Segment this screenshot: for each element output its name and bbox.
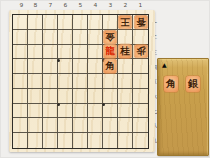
piece-gold-32[interactable]: 金 xyxy=(104,30,117,43)
square-5-6[interactable] xyxy=(73,89,88,104)
square-9-9[interactable] xyxy=(13,133,28,148)
file-label: 3 xyxy=(105,3,115,9)
square-8-3[interactable] xyxy=(28,45,43,60)
square-3-9[interactable] xyxy=(103,133,118,148)
square-9-4[interactable] xyxy=(13,59,28,74)
square-7-4[interactable] xyxy=(43,59,58,74)
sente-marker: ▲ xyxy=(162,62,167,68)
square-1-6[interactable] xyxy=(133,89,148,104)
square-4-5[interactable] xyxy=(88,74,103,89)
file-labels: 987654321 xyxy=(14,1,148,10)
file-label: 6 xyxy=(61,3,71,9)
komadai: ▲ 角銀 xyxy=(157,58,209,156)
file-label: 4 xyxy=(90,3,100,9)
square-2-7[interactable] xyxy=(118,104,133,119)
square-3-6[interactable] xyxy=(103,89,118,104)
square-4-4[interactable] xyxy=(88,59,103,74)
piece-dragon-33[interactable]: 龍 xyxy=(104,45,117,58)
square-5-3[interactable] xyxy=(73,45,88,60)
square-7-6[interactable] xyxy=(43,89,58,104)
square-2-2[interactable] xyxy=(118,30,133,45)
square-3-8[interactable] xyxy=(103,118,118,133)
shogi-diagram: 987654321 一二三四五六七八九 王香金龍桂歩角 ▲ 角銀 xyxy=(0,0,210,158)
piece-knight-23[interactable]: 桂 xyxy=(119,45,132,58)
file-label: 8 xyxy=(31,3,41,9)
square-4-1[interactable] xyxy=(88,15,103,30)
square-2-1[interactable]: 王 xyxy=(118,15,133,30)
square-6-9[interactable] xyxy=(58,133,73,148)
square-4-9[interactable] xyxy=(88,133,103,148)
square-5-4[interactable] xyxy=(73,59,88,74)
shogi-board: 王香金龍桂歩角 xyxy=(9,10,155,152)
square-6-8[interactable] xyxy=(58,118,73,133)
piece-lance-11[interactable]: 香 xyxy=(134,15,147,28)
square-4-7[interactable] xyxy=(88,104,103,119)
square-3-2[interactable]: 金 xyxy=(103,30,118,45)
square-5-2[interactable] xyxy=(73,30,88,45)
piece-bishop-34[interactable]: 角 xyxy=(104,60,117,73)
square-5-5[interactable] xyxy=(73,74,88,89)
square-6-7[interactable] xyxy=(58,104,73,119)
square-4-8[interactable] xyxy=(88,118,103,133)
square-8-2[interactable] xyxy=(28,30,43,45)
square-1-4[interactable] xyxy=(133,59,148,74)
square-1-2[interactable] xyxy=(133,30,148,45)
square-4-3[interactable] xyxy=(88,45,103,60)
square-9-7[interactable] xyxy=(13,104,28,119)
square-9-1[interactable] xyxy=(13,15,28,30)
board-grid: 王香金龍桂歩角 xyxy=(12,14,149,149)
square-8-6[interactable] xyxy=(28,89,43,104)
square-5-8[interactable] xyxy=(73,118,88,133)
square-3-3[interactable]: 龍 xyxy=(103,45,118,60)
square-4-2[interactable] xyxy=(88,30,103,45)
square-5-7[interactable] xyxy=(73,104,88,119)
square-2-6[interactable] xyxy=(118,89,133,104)
square-1-1[interactable]: 香 xyxy=(133,15,148,30)
square-3-4[interactable]: 角 xyxy=(103,59,118,74)
hand-pieces: 角銀 xyxy=(164,76,200,92)
square-5-1[interactable] xyxy=(73,15,88,30)
square-8-4[interactable] xyxy=(28,59,43,74)
square-1-8[interactable] xyxy=(133,118,148,133)
square-9-6[interactable] xyxy=(13,89,28,104)
square-2-3[interactable]: 桂 xyxy=(118,45,133,60)
square-7-1[interactable] xyxy=(43,15,58,30)
square-3-5[interactable] xyxy=(103,74,118,89)
square-6-1[interactable] xyxy=(58,15,73,30)
square-7-7[interactable] xyxy=(43,104,58,119)
square-3-1[interactable] xyxy=(103,15,118,30)
square-9-8[interactable] xyxy=(13,118,28,133)
square-2-9[interactable] xyxy=(118,133,133,148)
square-7-3[interactable] xyxy=(43,45,58,60)
square-6-2[interactable] xyxy=(58,30,73,45)
square-6-5[interactable] xyxy=(58,74,73,89)
square-9-2[interactable] xyxy=(13,30,28,45)
square-6-4[interactable] xyxy=(58,59,73,74)
square-5-9[interactable] xyxy=(73,133,88,148)
square-6-6[interactable] xyxy=(58,89,73,104)
square-1-9[interactable] xyxy=(133,133,148,148)
file-label: 9 xyxy=(16,3,26,9)
square-9-5[interactable] xyxy=(13,74,28,89)
square-7-2[interactable] xyxy=(43,30,58,45)
file-label: 1 xyxy=(135,3,145,9)
square-8-5[interactable] xyxy=(28,74,43,89)
square-8-1[interactable] xyxy=(28,15,43,30)
square-2-8[interactable] xyxy=(118,118,133,133)
hand-piece-銀[interactable]: 銀 xyxy=(186,76,200,92)
square-6-3[interactable] xyxy=(58,45,73,60)
square-8-8[interactable] xyxy=(28,118,43,133)
hand-piece-角[interactable]: 角 xyxy=(164,76,178,92)
square-7-8[interactable] xyxy=(43,118,58,133)
square-3-7[interactable] xyxy=(103,104,118,119)
file-label: 7 xyxy=(46,3,56,9)
piece-pawn-13[interactable]: 歩 xyxy=(134,45,147,58)
file-label: 5 xyxy=(76,3,86,9)
square-1-3[interactable]: 歩 xyxy=(133,45,148,60)
square-2-5[interactable] xyxy=(118,74,133,89)
square-7-9[interactable] xyxy=(43,133,58,148)
square-4-6[interactable] xyxy=(88,89,103,104)
square-8-7[interactable] xyxy=(28,104,43,119)
square-1-7[interactable] xyxy=(133,104,148,119)
square-7-5[interactable] xyxy=(43,74,58,89)
square-9-3[interactable] xyxy=(13,45,28,60)
square-1-5[interactable] xyxy=(133,74,148,89)
piece-king-21[interactable]: 王 xyxy=(119,15,132,28)
square-8-9[interactable] xyxy=(28,133,43,148)
square-2-4[interactable] xyxy=(118,59,133,74)
file-label: 2 xyxy=(120,3,130,9)
